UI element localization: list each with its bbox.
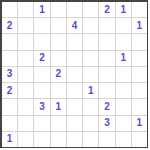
given-number: 2 <box>55 69 61 79</box>
given-number: 1 <box>120 5 126 15</box>
cell-r9c3[interactable] <box>34 132 49 147</box>
cell-r7c7[interactable]: 2 <box>99 99 114 114</box>
cell-r5c5[interactable] <box>67 67 82 82</box>
cell-r5c6[interactable] <box>83 67 98 82</box>
cell-r2c1[interactable]: 2 <box>2 18 17 33</box>
cell-r3c7[interactable] <box>99 34 114 49</box>
cell-r3c8[interactable] <box>116 34 131 49</box>
cell-r7c8[interactable] <box>116 99 131 114</box>
puzzle-board: 121241213221312311 <box>0 0 148 148</box>
cell-r1c3[interactable]: 1 <box>34 2 49 17</box>
cell-r6c2[interactable] <box>18 83 33 98</box>
cell-r6c1[interactable]: 2 <box>2 83 17 98</box>
cell-r1c2[interactable] <box>18 2 33 17</box>
cell-r5c1[interactable]: 3 <box>2 67 17 82</box>
cell-r6c4[interactable] <box>51 83 66 98</box>
cell-r3c1[interactable] <box>2 34 17 49</box>
given-number: 1 <box>55 102 61 112</box>
cell-r8c1[interactable] <box>2 116 17 131</box>
cell-r2c4[interactable] <box>51 18 66 33</box>
cell-r8c8[interactable] <box>116 116 131 131</box>
cell-r6c7[interactable] <box>99 83 114 98</box>
cell-r4c5[interactable] <box>67 51 82 66</box>
cell-r9c7[interactable] <box>99 132 114 147</box>
cell-r9c4[interactable] <box>51 132 66 147</box>
given-number: 2 <box>104 102 110 112</box>
cell-r4c7[interactable] <box>99 51 114 66</box>
cell-r2c5[interactable]: 4 <box>67 18 82 33</box>
given-number: 3 <box>39 102 45 112</box>
cell-r2c3[interactable] <box>34 18 49 33</box>
cell-r5c2[interactable] <box>18 67 33 82</box>
cell-r1c9[interactable] <box>132 2 147 17</box>
cell-r6c8[interactable] <box>116 83 131 98</box>
cell-r3c3[interactable] <box>34 34 49 49</box>
cell-r5c3[interactable] <box>34 67 49 82</box>
cell-r6c9[interactable] <box>132 83 147 98</box>
given-number: 2 <box>7 86 13 96</box>
cell-r8c5[interactable] <box>67 116 82 131</box>
cell-r9c9[interactable] <box>132 132 147 147</box>
cell-r5c9[interactable] <box>132 67 147 82</box>
cell-r5c7[interactable] <box>99 67 114 82</box>
cell-r6c3[interactable] <box>34 83 49 98</box>
cell-r4c6[interactable] <box>83 51 98 66</box>
cell-r8c4[interactable] <box>51 116 66 131</box>
cell-r9c5[interactable] <box>67 132 82 147</box>
cell-r7c6[interactable] <box>83 99 98 114</box>
cell-r4c4[interactable] <box>51 51 66 66</box>
cell-r1c5[interactable] <box>67 2 82 17</box>
cell-r5c4[interactable]: 2 <box>51 67 66 82</box>
cell-r3c2[interactable] <box>18 34 33 49</box>
cell-r1c1[interactable] <box>2 2 17 17</box>
cell-r5c8[interactable] <box>116 67 131 82</box>
cell-r4c1[interactable] <box>2 51 17 66</box>
cell-r8c9[interactable]: 1 <box>132 116 147 131</box>
cell-r7c4[interactable]: 1 <box>51 99 66 114</box>
cell-r7c2[interactable] <box>18 99 33 114</box>
cell-r2c7[interactable] <box>99 18 114 33</box>
given-number: 3 <box>7 69 13 79</box>
cell-r8c6[interactable] <box>83 116 98 131</box>
cell-r1c8[interactable]: 1 <box>116 2 131 17</box>
cell-r3c5[interactable] <box>67 34 82 49</box>
cell-r1c4[interactable] <box>51 2 66 17</box>
cell-r1c7[interactable]: 2 <box>99 2 114 17</box>
given-number: 1 <box>39 5 45 15</box>
cell-r4c2[interactable] <box>18 51 33 66</box>
given-number: 1 <box>137 118 143 128</box>
cell-r4c9[interactable] <box>132 51 147 66</box>
cell-r9c1[interactable]: 1 <box>2 132 17 147</box>
cell-r7c3[interactable]: 3 <box>34 99 49 114</box>
cell-r6c5[interactable] <box>67 83 82 98</box>
cell-r3c6[interactable] <box>83 34 98 49</box>
given-number: 3 <box>104 118 110 128</box>
cell-r8c7[interactable]: 3 <box>99 116 114 131</box>
cell-r3c9[interactable] <box>132 34 147 49</box>
given-number: 1 <box>88 86 94 96</box>
cell-r7c9[interactable] <box>132 99 147 114</box>
cell-r4c8[interactable]: 1 <box>116 51 131 66</box>
cell-r2c9[interactable]: 1 <box>132 18 147 33</box>
given-number: 1 <box>137 21 143 31</box>
cell-r2c8[interactable] <box>116 18 131 33</box>
cell-r9c6[interactable] <box>83 132 98 147</box>
given-number: 4 <box>72 21 78 31</box>
given-number: 2 <box>104 5 110 15</box>
cell-r6c6[interactable]: 1 <box>83 83 98 98</box>
given-number: 2 <box>39 53 45 63</box>
cell-r4c3[interactable]: 2 <box>34 51 49 66</box>
cell-r1c6[interactable] <box>83 2 98 17</box>
given-number: 1 <box>7 134 13 144</box>
cell-r3c4[interactable] <box>51 34 66 49</box>
cell-r8c3[interactable] <box>34 116 49 131</box>
given-number: 1 <box>120 53 126 63</box>
cell-r7c5[interactable] <box>67 99 82 114</box>
cell-r2c6[interactable] <box>83 18 98 33</box>
given-number: 2 <box>7 21 13 31</box>
cell-r7c1[interactable] <box>2 99 17 114</box>
cell-r9c2[interactable] <box>18 132 33 147</box>
cell-r2c2[interactable] <box>18 18 33 33</box>
cell-r9c8[interactable] <box>116 132 131 147</box>
cell-r8c2[interactable] <box>18 116 33 131</box>
